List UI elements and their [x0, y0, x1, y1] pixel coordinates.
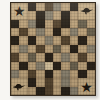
star-block: ★ — [11, 3, 28, 20]
quilt-patch — [19, 62, 27, 70]
quilt-patch — [70, 78, 78, 86]
quilt-patch — [45, 62, 53, 70]
quilt-patch — [28, 87, 36, 95]
quilt-patch — [11, 28, 19, 36]
quilt-patch — [19, 53, 27, 61]
quilt-patch — [78, 20, 86, 28]
quilt-patch — [28, 36, 36, 44]
quilt-patch — [70, 3, 78, 11]
quilt-patch — [28, 11, 36, 19]
quilt-patch — [61, 28, 69, 36]
quilt-patch — [53, 87, 61, 95]
quilt-patch — [45, 36, 53, 44]
quilt-patch — [61, 70, 69, 78]
quilt-patch — [78, 53, 86, 61]
quilt-patch — [19, 36, 27, 44]
quilt-patch — [70, 28, 78, 36]
quilt-patch — [70, 11, 78, 19]
quilt-patch — [19, 20, 27, 28]
quilt-patch — [36, 87, 44, 95]
quilt-patch — [45, 20, 53, 28]
crow-block — [78, 3, 95, 20]
quilt-patch — [36, 62, 44, 70]
quilt-patch — [28, 53, 36, 61]
quilt-patch — [36, 28, 44, 36]
crow-icon — [80, 7, 94, 15]
quilt-patch — [36, 36, 44, 44]
quilt-patch — [87, 70, 95, 78]
quilt-patch — [87, 36, 95, 44]
quilt-patch — [61, 78, 69, 86]
quilt-patch — [87, 62, 95, 70]
quilt-patch — [36, 20, 44, 28]
quilt-photo: ★★ — [0, 0, 100, 100]
quilt-patch — [61, 62, 69, 70]
quilt-patch — [61, 87, 69, 95]
quilt-patch — [87, 45, 95, 53]
star-block: ★ — [78, 78, 95, 95]
quilt-patch — [36, 3, 44, 11]
star-icon: ★ — [80, 79, 93, 93]
quilt-patch — [53, 70, 61, 78]
quilt-patch — [45, 11, 53, 19]
quilt-patch — [87, 20, 95, 28]
quilt-patch — [28, 20, 36, 28]
quilt-patch — [53, 45, 61, 53]
quilt-patch — [45, 53, 53, 61]
quilt-patch — [45, 45, 53, 53]
quilt-patch — [28, 28, 36, 36]
quilt-patch — [61, 45, 69, 53]
quilt-patch — [11, 20, 19, 28]
quilt-patch — [87, 53, 95, 61]
quilt-patch — [61, 53, 69, 61]
quilt-patch — [61, 11, 69, 19]
quilt-patch — [53, 28, 61, 36]
crow-block — [11, 78, 28, 95]
crow-icon — [12, 83, 26, 91]
quilt-patch — [19, 70, 27, 78]
quilt-patch — [53, 62, 61, 70]
quilt-patch — [70, 87, 78, 95]
quilt-patch — [78, 45, 86, 53]
quilt-patch — [53, 3, 61, 11]
quilt-patch — [70, 20, 78, 28]
quilt-patch — [78, 28, 86, 36]
quilt-patch — [28, 70, 36, 78]
quilt-patch — [70, 36, 78, 44]
quilt-patch — [45, 70, 53, 78]
quilt-patch — [70, 53, 78, 61]
quilt-patch — [78, 36, 86, 44]
quilt-patch — [45, 78, 53, 86]
quilt-patch — [11, 45, 19, 53]
quilt-patch — [45, 3, 53, 11]
quilt-patch — [11, 62, 19, 70]
quilt-patch — [70, 45, 78, 53]
quilt-patch — [36, 70, 44, 78]
star-icon: ★ — [13, 4, 26, 18]
quilt-patch — [61, 3, 69, 11]
quilt-patch — [53, 11, 61, 19]
quilt-patch — [19, 45, 27, 53]
quilt-patch — [78, 62, 86, 70]
quilt-patch — [28, 78, 36, 86]
quilt-patch — [53, 20, 61, 28]
quilt-patch — [61, 36, 69, 44]
quilt-patch — [45, 28, 53, 36]
quilt-patch — [36, 53, 44, 61]
quilt-patch — [11, 36, 19, 44]
quilt-patch — [11, 70, 19, 78]
quilt-patch — [70, 70, 78, 78]
quilt-patch — [11, 53, 19, 61]
quilt-patch — [36, 78, 44, 86]
quilt-patch — [19, 28, 27, 36]
quilt-patch — [28, 62, 36, 70]
quilt-patch — [53, 78, 61, 86]
quilt-patch — [28, 3, 36, 11]
patchwork-quilt-board: ★★ — [10, 2, 96, 96]
quilt-patch — [45, 87, 53, 95]
quilt-patch — [36, 11, 44, 19]
quilt-patch — [53, 36, 61, 44]
quilt-patch — [70, 62, 78, 70]
quilt-patch — [61, 20, 69, 28]
quilt-patch — [28, 45, 36, 53]
quilt-patch — [36, 45, 44, 53]
quilt-patch — [87, 28, 95, 36]
quilt-patch — [78, 70, 86, 78]
quilt-patch — [53, 53, 61, 61]
